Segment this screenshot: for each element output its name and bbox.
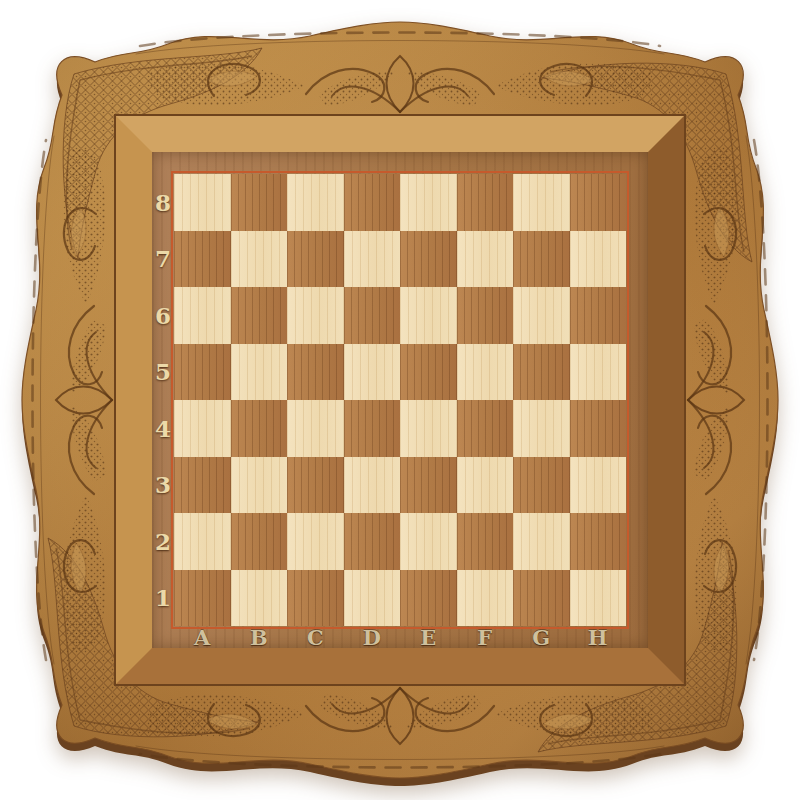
square-a1[interactable] xyxy=(174,570,231,627)
square-c6[interactable] xyxy=(287,287,344,344)
square-e1[interactable] xyxy=(400,570,457,627)
rank-label-5: 5 xyxy=(152,344,174,401)
square-f1[interactable] xyxy=(457,570,514,627)
square-h5[interactable] xyxy=(570,344,627,401)
square-e3[interactable] xyxy=(400,457,457,514)
square-a4[interactable] xyxy=(174,400,231,457)
square-e4[interactable] xyxy=(400,400,457,457)
file-label-a: A xyxy=(174,624,231,650)
square-b2[interactable] xyxy=(231,513,288,570)
square-f3[interactable] xyxy=(457,457,514,514)
rank-label-8: 8 xyxy=(152,174,174,231)
square-h2[interactable] xyxy=(570,513,627,570)
square-d1[interactable] xyxy=(344,570,401,627)
square-c7[interactable] xyxy=(287,231,344,288)
square-h4[interactable] xyxy=(570,400,627,457)
square-d6[interactable] xyxy=(344,287,401,344)
square-h3[interactable] xyxy=(570,457,627,514)
square-f8[interactable] xyxy=(457,174,514,231)
square-b8[interactable] xyxy=(231,174,288,231)
square-g2[interactable] xyxy=(513,513,570,570)
file-label-e: E xyxy=(400,624,457,650)
square-e6[interactable] xyxy=(400,287,457,344)
file-label-h: H xyxy=(570,624,627,650)
square-d2[interactable] xyxy=(344,513,401,570)
rank-label-7: 7 xyxy=(152,231,174,288)
file-label-g: G xyxy=(513,624,570,650)
rank-label-1: 1 xyxy=(152,570,174,627)
rank-labels: 87654321 xyxy=(152,174,174,626)
square-b6[interactable] xyxy=(231,287,288,344)
rank-label-3: 3 xyxy=(152,457,174,514)
square-c2[interactable] xyxy=(287,513,344,570)
square-b4[interactable] xyxy=(231,400,288,457)
square-a6[interactable] xyxy=(174,287,231,344)
board-panel: 87654321 ABCDEFGH xyxy=(152,152,648,648)
square-g5[interactable] xyxy=(513,344,570,401)
square-h6[interactable] xyxy=(570,287,627,344)
file-label-b: B xyxy=(231,624,288,650)
square-b1[interactable] xyxy=(231,570,288,627)
square-b5[interactable] xyxy=(231,344,288,401)
file-labels: ABCDEFGH xyxy=(174,624,626,650)
square-f4[interactable] xyxy=(457,400,514,457)
square-h8[interactable] xyxy=(570,174,627,231)
board-grid xyxy=(174,174,626,626)
rank-label-4: 4 xyxy=(152,400,174,457)
square-f6[interactable] xyxy=(457,287,514,344)
square-g8[interactable] xyxy=(513,174,570,231)
square-d3[interactable] xyxy=(344,457,401,514)
square-f5[interactable] xyxy=(457,344,514,401)
square-h7[interactable] xyxy=(570,231,627,288)
square-f2[interactable] xyxy=(457,513,514,570)
rank-label-2: 2 xyxy=(152,513,174,570)
square-d7[interactable] xyxy=(344,231,401,288)
square-c3[interactable] xyxy=(287,457,344,514)
square-e5[interactable] xyxy=(400,344,457,401)
carved-chessboard: 87654321 ABCDEFGH xyxy=(0,0,800,800)
file-label-f: F xyxy=(457,624,514,650)
square-e2[interactable] xyxy=(400,513,457,570)
square-c8[interactable] xyxy=(287,174,344,231)
square-e8[interactable] xyxy=(400,174,457,231)
square-e7[interactable] xyxy=(400,231,457,288)
square-h1[interactable] xyxy=(570,570,627,627)
square-a5[interactable] xyxy=(174,344,231,401)
square-g1[interactable] xyxy=(513,570,570,627)
square-d5[interactable] xyxy=(344,344,401,401)
square-g6[interactable] xyxy=(513,287,570,344)
square-a7[interactable] xyxy=(174,231,231,288)
file-label-c: C xyxy=(287,624,344,650)
square-b7[interactable] xyxy=(231,231,288,288)
square-g4[interactable] xyxy=(513,400,570,457)
square-g3[interactable] xyxy=(513,457,570,514)
square-d8[interactable] xyxy=(344,174,401,231)
square-g7[interactable] xyxy=(513,231,570,288)
square-b3[interactable] xyxy=(231,457,288,514)
square-a8[interactable] xyxy=(174,174,231,231)
file-label-d: D xyxy=(344,624,401,650)
square-a2[interactable] xyxy=(174,513,231,570)
square-d4[interactable] xyxy=(344,400,401,457)
square-c5[interactable] xyxy=(287,344,344,401)
square-c1[interactable] xyxy=(287,570,344,627)
square-c4[interactable] xyxy=(287,400,344,457)
rank-label-6: 6 xyxy=(152,287,174,344)
square-a3[interactable] xyxy=(174,457,231,514)
square-f7[interactable] xyxy=(457,231,514,288)
